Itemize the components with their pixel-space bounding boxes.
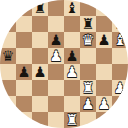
- square-d3[interactable]: [48, 80, 64, 96]
- square-b8[interactable]: [16, 0, 32, 16]
- square-d5[interactable]: ♟: [48, 48, 64, 64]
- square-g5[interactable]: [96, 48, 112, 64]
- piece-white-pawn[interactable]: ♟: [64, 64, 80, 80]
- piece-black-pawn[interactable]: ♟: [32, 64, 48, 80]
- square-h7[interactable]: ♚: [112, 16, 128, 32]
- chess-board-grid: ♜♝♜♚♟♛♟♝♛♟♟♟♟♟♜♟♟♟♜: [0, 0, 128, 128]
- square-h8[interactable]: [112, 0, 128, 16]
- square-a7[interactable]: [0, 16, 16, 32]
- square-h4[interactable]: [112, 64, 128, 80]
- chess-board[interactable]: ♜♝♜♚♟♛♟♝♛♟♟♟♟♟♜♟♟♟♜: [0, 0, 128, 128]
- square-e5[interactable]: ♟: [64, 48, 80, 64]
- square-g2[interactable]: ♟: [96, 96, 112, 112]
- square-f5[interactable]: [80, 48, 96, 64]
- piece-white-queen[interactable]: ♛: [80, 32, 96, 48]
- piece-black-bishop[interactable]: ♝: [64, 0, 80, 16]
- square-d1[interactable]: [48, 112, 64, 128]
- square-d6[interactable]: ♟: [48, 32, 64, 48]
- square-e8[interactable]: ♝: [64, 0, 80, 16]
- piece-black-pawn[interactable]: ♟: [96, 32, 112, 48]
- square-g7[interactable]: [96, 16, 112, 32]
- piece-white-rook[interactable]: ♜: [64, 112, 80, 128]
- square-c8[interactable]: ♜: [32, 0, 48, 16]
- square-g8[interactable]: [96, 0, 112, 16]
- square-f6[interactable]: ♛: [80, 32, 96, 48]
- square-a1[interactable]: [0, 112, 16, 128]
- square-c1[interactable]: [32, 112, 48, 128]
- square-g3[interactable]: [96, 80, 112, 96]
- square-g4[interactable]: [96, 64, 112, 80]
- square-e7[interactable]: [64, 16, 80, 32]
- piece-black-pawn[interactable]: ♟: [16, 64, 32, 80]
- square-f2[interactable]: ♟: [80, 96, 96, 112]
- square-c3[interactable]: [32, 80, 48, 96]
- square-g6[interactable]: ♟: [96, 32, 112, 48]
- piece-black-king[interactable]: ♚: [112, 16, 128, 32]
- square-f3[interactable]: ♜: [80, 80, 96, 96]
- piece-black-queen[interactable]: ♛: [0, 48, 16, 64]
- square-b7[interactable]: [16, 16, 32, 32]
- square-h1[interactable]: [112, 112, 128, 128]
- square-f4[interactable]: [80, 64, 96, 80]
- square-d2[interactable]: [48, 96, 64, 112]
- square-c2[interactable]: [32, 96, 48, 112]
- square-b2[interactable]: [16, 96, 32, 112]
- square-a6[interactable]: [0, 32, 16, 48]
- piece-white-pawn[interactable]: ♟: [80, 96, 96, 112]
- piece-white-bishop[interactable]: ♝: [112, 32, 128, 48]
- square-d8[interactable]: [48, 0, 64, 16]
- square-e4[interactable]: ♟: [64, 64, 80, 80]
- square-b1[interactable]: [16, 112, 32, 128]
- piece-white-pawn[interactable]: ♟: [48, 48, 64, 64]
- piece-white-pawn[interactable]: ♟: [96, 96, 112, 112]
- square-e2[interactable]: [64, 96, 80, 112]
- square-d7[interactable]: [48, 16, 64, 32]
- piece-black-rook[interactable]: ♜: [80, 16, 96, 32]
- square-d4[interactable]: [48, 64, 64, 80]
- piece-white-pawn[interactable]: ♟: [112, 80, 128, 96]
- square-g1[interactable]: [96, 112, 112, 128]
- square-e6[interactable]: [64, 32, 80, 48]
- square-f1[interactable]: [80, 112, 96, 128]
- square-c4[interactable]: ♟: [32, 64, 48, 80]
- piece-black-pawn[interactable]: ♟: [48, 32, 64, 48]
- square-e1[interactable]: ♜: [64, 112, 80, 128]
- square-a3[interactable]: [0, 80, 16, 96]
- square-e3[interactable]: [64, 80, 80, 96]
- square-f8[interactable]: [80, 0, 96, 16]
- square-c6[interactable]: [32, 32, 48, 48]
- square-c5[interactable]: [32, 48, 48, 64]
- square-a8[interactable]: [0, 0, 16, 16]
- piece-black-pawn[interactable]: ♟: [64, 48, 80, 64]
- piece-black-rook[interactable]: ♜: [32, 0, 48, 16]
- square-c7[interactable]: [32, 16, 48, 32]
- square-h3[interactable]: ♟: [112, 80, 128, 96]
- square-h6[interactable]: ♝: [112, 32, 128, 48]
- square-h5[interactable]: [112, 48, 128, 64]
- square-b3[interactable]: [16, 80, 32, 96]
- square-b5[interactable]: [16, 48, 32, 64]
- square-b6[interactable]: [16, 32, 32, 48]
- square-a4[interactable]: [0, 64, 16, 80]
- piece-white-rook[interactable]: ♜: [80, 80, 96, 96]
- square-f7[interactable]: ♜: [80, 16, 96, 32]
- square-h2[interactable]: [112, 96, 128, 112]
- square-b4[interactable]: ♟: [16, 64, 32, 80]
- square-a2[interactable]: [0, 96, 16, 112]
- square-a5[interactable]: ♛: [0, 48, 16, 64]
